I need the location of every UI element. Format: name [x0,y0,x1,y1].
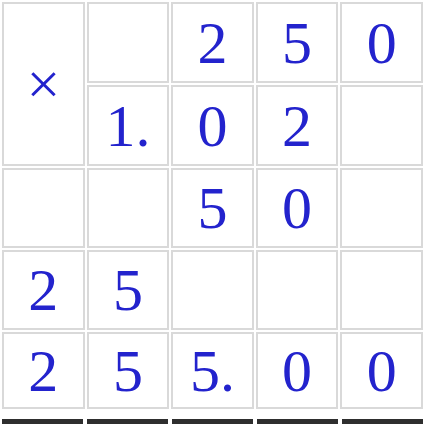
cell-r4c5 [340,250,423,330]
cell-r3c3: 5 [171,168,254,248]
cell-r4c2: 5 [87,250,170,330]
bottom-rule-line [0,419,425,424]
partial-product-2-row: 2 5 [2,250,423,330]
cell-r5c2: 5 [87,332,170,409]
multiply-icon: × [26,51,60,117]
cell-r2c5 [340,85,423,166]
bottom-rule-segment [257,419,338,424]
cell-r2c3: 0 [171,85,254,166]
cell-r3c5 [340,168,423,248]
partial-product-1-row: 5 0 [2,168,423,248]
multiplicand-row: × 2 5 0 [2,2,423,83]
cell-r4c4 [256,250,339,330]
cell-r1c4: 5 [256,2,339,83]
long-multiplication-grid: × 2 5 0 1. 0 2 5 0 2 5 2 5 5. 0 0 [0,0,425,411]
cell-r3c4: 0 [256,168,339,248]
multiply-sign-cell: × [2,2,85,166]
cell-r4c3 [171,250,254,330]
cell-r4c1: 2 [2,250,85,330]
product-row: 2 5 5. 0 0 [2,332,423,409]
cell-r5c4: 0 [256,332,339,409]
cell-r1c2 [87,2,170,83]
bottom-rule-segment [342,419,423,424]
cell-r5c5: 0 [340,332,423,409]
cell-r5c3: 5. [171,332,254,409]
cell-r2c4: 2 [256,85,339,166]
bottom-rule-segment [172,419,253,424]
cell-r3c1 [2,168,85,248]
cell-r1c3: 2 [171,2,254,83]
cell-r1c5: 0 [340,2,423,83]
cell-r5c1: 2 [2,332,85,409]
bottom-rule-segment [2,419,83,424]
cell-r3c2 [87,168,170,248]
cell-r2c2: 1. [87,85,170,166]
bottom-rule-segment [87,419,168,424]
